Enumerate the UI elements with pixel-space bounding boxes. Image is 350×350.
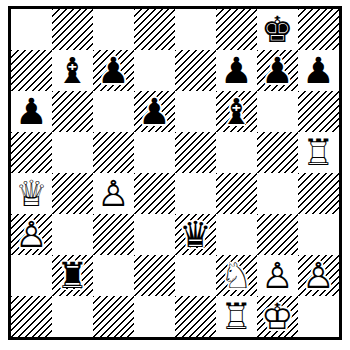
square-b5[interactable] — [52, 132, 93, 173]
square-g7[interactable]: ♟♟ — [257, 50, 298, 91]
piece-white-queen[interactable]: ♛♕ — [11, 173, 52, 214]
black-rook-glyph: ♜ — [52, 255, 93, 296]
square-c3[interactable] — [93, 214, 134, 255]
square-d3[interactable] — [134, 214, 175, 255]
square-b6[interactable] — [52, 91, 93, 132]
square-h2[interactable]: ♟♙ — [298, 255, 339, 296]
square-g4[interactable] — [257, 173, 298, 214]
square-f5[interactable] — [216, 132, 257, 173]
white-pawn-glyph: ♙ — [93, 173, 134, 214]
white-queen-glyph: ♕ — [11, 173, 52, 214]
square-h7[interactable]: ♟♟ — [298, 50, 339, 91]
square-g3[interactable] — [257, 214, 298, 255]
square-a3[interactable]: ♟♙ — [11, 214, 52, 255]
piece-black-bishop[interactable]: ♝♝ — [52, 50, 93, 91]
square-d2[interactable] — [134, 255, 175, 296]
piece-black-rook[interactable]: ♜♜ — [52, 255, 93, 296]
black-pawn-glyph: ♟ — [257, 50, 298, 91]
piece-white-king[interactable]: ♚♔ — [257, 296, 298, 337]
square-e1[interactable] — [175, 296, 216, 337]
piece-black-pawn[interactable]: ♟♟ — [298, 50, 339, 91]
square-c7[interactable]: ♟♟ — [93, 50, 134, 91]
square-b4[interactable] — [52, 173, 93, 214]
square-g6[interactable] — [257, 91, 298, 132]
black-pawn-glyph: ♟ — [216, 50, 257, 91]
white-rook-glyph: ♖ — [216, 296, 257, 337]
piece-white-pawn[interactable]: ♟♙ — [257, 255, 298, 296]
chess-diagram: ♚♚♝♝♟♟♟♟♟♟♟♟♟♟♟♟♝♝♜♖♛♕♟♙♟♙♛♛♜♜♞♘♟♙♟♙♜♖♚♔ — [0, 0, 350, 350]
piece-black-bishop[interactable]: ♝♝ — [216, 91, 257, 132]
white-pawn-glyph: ♙ — [257, 255, 298, 296]
square-f6[interactable]: ♝♝ — [216, 91, 257, 132]
white-rook-glyph: ♖ — [298, 132, 339, 173]
piece-black-pawn[interactable]: ♟♟ — [11, 91, 52, 132]
square-f3[interactable] — [216, 214, 257, 255]
square-e6[interactable] — [175, 91, 216, 132]
square-c5[interactable] — [93, 132, 134, 173]
chess-board: ♚♚♝♝♟♟♟♟♟♟♟♟♟♟♟♟♝♝♜♖♛♕♟♙♟♙♛♛♜♜♞♘♟♙♟♙♜♖♚♔ — [11, 9, 339, 337]
square-a1[interactable] — [11, 296, 52, 337]
white-knight-glyph: ♘ — [216, 255, 257, 296]
square-c8[interactable] — [93, 9, 134, 50]
square-f4[interactable] — [216, 173, 257, 214]
square-h5[interactable]: ♜♖ — [298, 132, 339, 173]
square-h4[interactable] — [298, 173, 339, 214]
square-g1[interactable]: ♚♔ — [257, 296, 298, 337]
square-f2[interactable]: ♞♘ — [216, 255, 257, 296]
white-pawn-glyph: ♙ — [298, 255, 339, 296]
square-b7[interactable]: ♝♝ — [52, 50, 93, 91]
square-e2[interactable] — [175, 255, 216, 296]
square-a7[interactable] — [11, 50, 52, 91]
square-f8[interactable] — [216, 9, 257, 50]
square-d4[interactable] — [134, 173, 175, 214]
square-c2[interactable] — [93, 255, 134, 296]
square-c1[interactable] — [93, 296, 134, 337]
piece-black-queen[interactable]: ♛♛ — [175, 214, 216, 255]
square-b8[interactable] — [52, 9, 93, 50]
square-a8[interactable] — [11, 9, 52, 50]
square-e7[interactable] — [175, 50, 216, 91]
piece-white-pawn[interactable]: ♟♙ — [11, 214, 52, 255]
white-pawn-glyph: ♙ — [11, 214, 52, 255]
square-b3[interactable] — [52, 214, 93, 255]
square-h6[interactable] — [298, 91, 339, 132]
square-a4[interactable]: ♛♕ — [11, 173, 52, 214]
black-pawn-glyph: ♟ — [11, 91, 52, 132]
piece-white-rook[interactable]: ♜♖ — [298, 132, 339, 173]
square-d1[interactable] — [134, 296, 175, 337]
square-e4[interactable] — [175, 173, 216, 214]
piece-black-pawn[interactable]: ♟♟ — [93, 50, 134, 91]
square-a6[interactable]: ♟♟ — [11, 91, 52, 132]
black-king-glyph: ♚ — [257, 9, 298, 50]
piece-black-pawn[interactable]: ♟♟ — [257, 50, 298, 91]
square-e3[interactable]: ♛♛ — [175, 214, 216, 255]
piece-white-rook[interactable]: ♜♖ — [216, 296, 257, 337]
square-d7[interactable] — [134, 50, 175, 91]
square-a5[interactable] — [11, 132, 52, 173]
piece-white-knight[interactable]: ♞♘ — [216, 255, 257, 296]
square-c4[interactable]: ♟♙ — [93, 173, 134, 214]
square-e5[interactable] — [175, 132, 216, 173]
square-d6[interactable]: ♟♟ — [134, 91, 175, 132]
square-g5[interactable] — [257, 132, 298, 173]
black-pawn-glyph: ♟ — [134, 91, 175, 132]
piece-white-pawn[interactable]: ♟♙ — [93, 173, 134, 214]
square-c6[interactable] — [93, 91, 134, 132]
square-f7[interactable]: ♟♟ — [216, 50, 257, 91]
square-h8[interactable] — [298, 9, 339, 50]
piece-black-pawn[interactable]: ♟♟ — [216, 50, 257, 91]
square-d5[interactable] — [134, 132, 175, 173]
square-a2[interactable] — [11, 255, 52, 296]
square-b2[interactable]: ♜♜ — [52, 255, 93, 296]
board-frame: ♚♚♝♝♟♟♟♟♟♟♟♟♟♟♟♟♝♝♜♖♛♕♟♙♟♙♛♛♜♜♞♘♟♙♟♙♜♖♚♔ — [8, 6, 342, 340]
square-b1[interactable] — [52, 296, 93, 337]
black-pawn-glyph: ♟ — [93, 50, 134, 91]
black-bishop-glyph: ♝ — [216, 91, 257, 132]
square-g2[interactable]: ♟♙ — [257, 255, 298, 296]
black-bishop-glyph: ♝ — [52, 50, 93, 91]
white-king-glyph: ♔ — [257, 296, 298, 337]
black-pawn-glyph: ♟ — [298, 50, 339, 91]
square-h3[interactable] — [298, 214, 339, 255]
piece-white-pawn[interactable]: ♟♙ — [298, 255, 339, 296]
square-h1[interactable] — [298, 296, 339, 337]
square-f1[interactable]: ♜♖ — [216, 296, 257, 337]
piece-black-king[interactable]: ♚♚ — [257, 9, 298, 50]
square-e8[interactable] — [175, 9, 216, 50]
square-d8[interactable] — [134, 9, 175, 50]
black-queen-glyph: ♛ — [175, 214, 216, 255]
square-g8[interactable]: ♚♚ — [257, 9, 298, 50]
piece-black-pawn[interactable]: ♟♟ — [134, 91, 175, 132]
